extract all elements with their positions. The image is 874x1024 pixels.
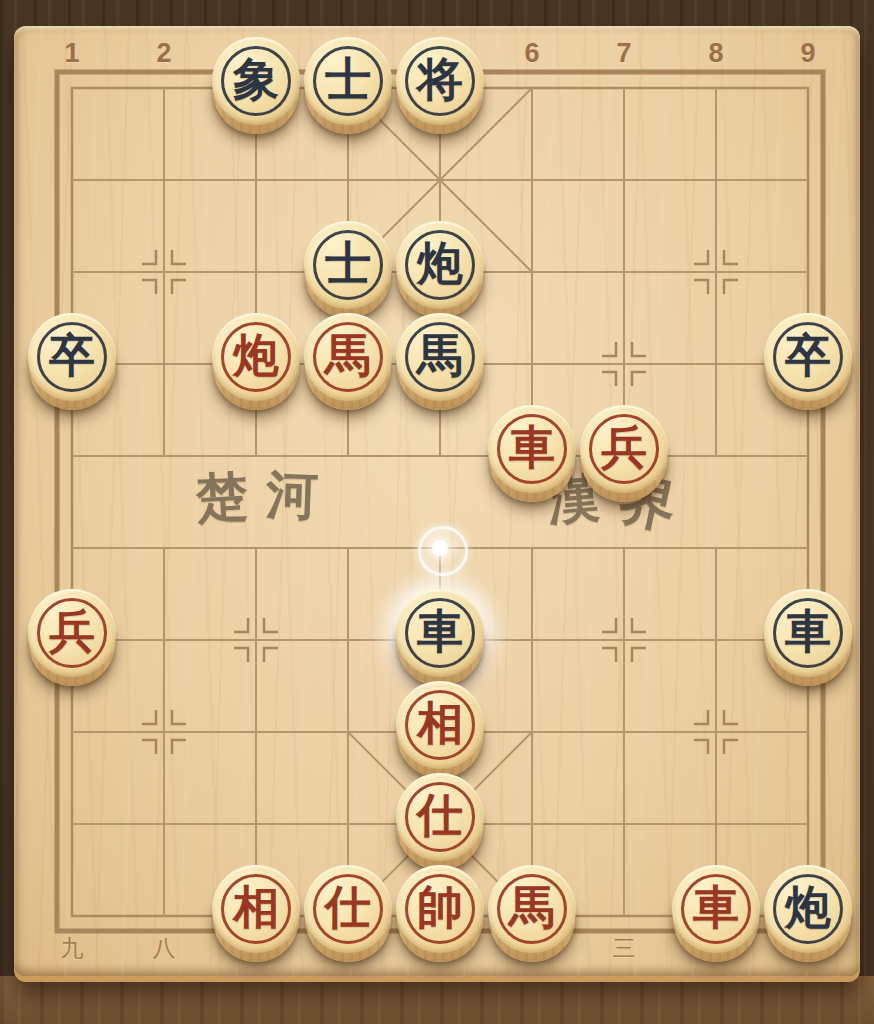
piece-glyph: 炮 (764, 865, 852, 948)
piece-red-cannon[interactable]: 炮 (212, 313, 300, 401)
piece-glyph: 兵 (580, 405, 668, 488)
piece-glyph: 将 (396, 37, 484, 120)
piece-glyph: 仕 (396, 773, 484, 856)
river-text: 河 (265, 460, 319, 532)
piece-red-soldier[interactable]: 兵 (580, 405, 668, 493)
piece-red-chariot[interactable]: 車 (488, 405, 576, 493)
piece-black-soldier[interactable]: 卒 (28, 313, 116, 401)
piece-black-general[interactable]: 将 (396, 37, 484, 125)
piece-red-horse[interactable]: 馬 (304, 313, 392, 401)
piece-red-general[interactable]: 帥 (396, 865, 484, 953)
file-label-top-2: 2 (156, 38, 171, 69)
piece-black-cannon[interactable]: 炮 (396, 221, 484, 309)
river-text: 楚 (194, 462, 250, 535)
piece-black-advisor[interactable]: 士 (304, 37, 392, 125)
piece-red-advisor[interactable]: 仕 (304, 865, 392, 953)
piece-black-chariot[interactable]: 車 (396, 589, 484, 677)
file-label-top-1: 1 (64, 38, 79, 69)
piece-red-elephant[interactable]: 相 (212, 865, 300, 953)
piece-black-horse[interactable]: 馬 (396, 313, 484, 401)
piece-glyph: 相 (212, 865, 300, 948)
piece-glyph: 士 (304, 221, 392, 304)
piece-glyph: 卒 (28, 313, 116, 396)
piece-glyph: 卒 (764, 313, 852, 396)
piece-glyph: 馬 (488, 865, 576, 948)
table-front-wood (0, 976, 874, 1024)
piece-black-cannon[interactable]: 炮 (764, 865, 852, 953)
piece-red-advisor[interactable]: 仕 (396, 773, 484, 861)
piece-glyph: 士 (304, 37, 392, 120)
piece-glyph: 仕 (304, 865, 392, 948)
piece-glyph: 兵 (28, 589, 116, 672)
piece-black-elephant[interactable]: 象 (212, 37, 300, 125)
file-label-top-6: 6 (524, 38, 539, 69)
file-label-bottom: 三 (613, 933, 636, 964)
xiangqi-game-screen: 123456789九八三楚河漢界 象士将士炮卒炮馬馬卒車兵兵車車相仕相仕帥馬車炮 (0, 0, 874, 1024)
piece-black-chariot[interactable]: 車 (764, 589, 852, 677)
piece-glyph: 相 (396, 681, 484, 764)
file-label-bottom: 九 (61, 933, 84, 964)
piece-glyph: 帥 (396, 865, 484, 948)
piece-glyph: 車 (396, 589, 484, 672)
piece-glyph: 車 (764, 589, 852, 672)
piece-glyph: 馬 (396, 313, 484, 396)
piece-red-chariot[interactable]: 車 (672, 865, 760, 953)
piece-glyph: 車 (672, 865, 760, 948)
piece-red-soldier[interactable]: 兵 (28, 589, 116, 677)
piece-glyph: 馬 (304, 313, 392, 396)
file-label-bottom: 八 (153, 933, 176, 964)
piece-red-horse[interactable]: 馬 (488, 865, 576, 953)
file-label-top-7: 7 (616, 38, 631, 69)
piece-black-soldier[interactable]: 卒 (764, 313, 852, 401)
piece-black-advisor[interactable]: 士 (304, 221, 392, 309)
piece-red-elephant[interactable]: 相 (396, 681, 484, 769)
piece-glyph: 炮 (396, 221, 484, 304)
piece-glyph: 炮 (212, 313, 300, 396)
file-label-top-9: 9 (800, 38, 815, 69)
piece-glyph: 象 (212, 37, 300, 120)
file-label-top-8: 8 (708, 38, 723, 69)
piece-glyph: 車 (488, 405, 576, 488)
